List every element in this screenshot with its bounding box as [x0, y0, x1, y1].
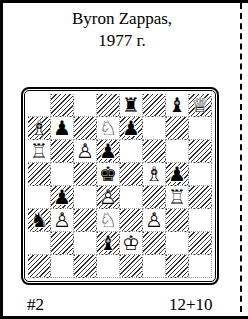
piece-white-bishop-f5: ♝♗: [143, 163, 165, 186]
square-a7: ♝♗: [28, 117, 51, 140]
square-e5: [120, 163, 143, 186]
square-d1: [97, 255, 120, 278]
piece-black-pawn-b7: ♟: [51, 117, 73, 140]
square-f1: [143, 255, 166, 278]
square-a6: ♜♖: [28, 140, 51, 163]
piece-white-pawn-f3: ♟♙: [143, 209, 165, 232]
square-h5: [189, 163, 212, 186]
square-b7: ♟: [51, 117, 74, 140]
square-e6: [120, 140, 143, 163]
square-e3: [120, 209, 143, 232]
piece-white-knight-d7: ♞♘: [97, 117, 119, 140]
problem-title: Byron Zappas, 1977 г.: [3, 8, 241, 52]
square-f7: [143, 117, 166, 140]
piece-black-knight-a3: ♞: [28, 209, 50, 232]
square-c8: [74, 94, 97, 117]
square-b1: [51, 255, 74, 278]
square-f2: [143, 232, 166, 255]
piece-black-king-d5: ♚: [97, 163, 119, 186]
square-b5: [51, 163, 74, 186]
square-b3: ♟♙: [51, 209, 74, 232]
square-e4: [120, 186, 143, 209]
square-g4: ♜♖: [166, 186, 189, 209]
board-grid: ♜♝♛♕♝♗♟♞♘♟♜♖♟♙♟♚♝♗♟♟♟♙♜♖♞♟♙♞♘♟♙♝♚♔: [28, 94, 212, 278]
square-c5: [74, 163, 97, 186]
board-inner-border: ♜♝♛♕♝♗♟♞♘♟♜♖♟♙♟♚♝♗♟♟♟♙♜♖♞♟♙♞♘♟♙♝♚♔: [24, 90, 216, 282]
square-a8: [28, 94, 51, 117]
square-b4: ♟: [51, 186, 74, 209]
square-h7: [189, 117, 212, 140]
piece-white-rook-g4: ♜♖: [166, 186, 188, 209]
square-b2: [51, 232, 74, 255]
square-f3: ♟♙: [143, 209, 166, 232]
square-d3: ♞♘: [97, 209, 120, 232]
square-e2: ♚♔: [120, 232, 143, 255]
square-a5: [28, 163, 51, 186]
piece-black-bishop-g8: ♝: [166, 94, 188, 117]
square-h6: [189, 140, 212, 163]
square-d2: ♝: [97, 232, 120, 255]
square-c3: [74, 209, 97, 232]
piece-white-king-e2: ♚♔: [120, 232, 142, 255]
square-h3: [189, 209, 212, 232]
square-f6: [143, 140, 166, 163]
square-h4: [189, 186, 212, 209]
square-c4: [74, 186, 97, 209]
piece-black-rook-e8: ♜: [120, 94, 142, 117]
piece-black-pawn-b4: ♟: [51, 186, 73, 209]
square-b8: [51, 94, 74, 117]
square-c7: [74, 117, 97, 140]
square-a3: ♞: [28, 209, 51, 232]
piece-black-bishop-d2: ♝: [97, 232, 119, 255]
square-e7: ♟: [120, 117, 143, 140]
square-g1: [166, 255, 189, 278]
piece-black-pawn-e7: ♟: [120, 117, 142, 140]
square-g5: ♟: [166, 163, 189, 186]
piece-white-pawn-d4: ♟♙: [97, 186, 119, 209]
square-e8: ♜: [120, 94, 143, 117]
dashed-cut-line: [240, 3, 242, 319]
square-h8: ♛♕: [189, 94, 212, 117]
square-f4: [143, 186, 166, 209]
square-c2: [74, 232, 97, 255]
piece-black-pawn-d6: ♟: [97, 140, 119, 163]
year-line: 1977 г.: [3, 30, 241, 52]
square-d5: ♚: [97, 163, 120, 186]
piece-white-knight-d3: ♞♘: [97, 209, 119, 232]
square-g2: [166, 232, 189, 255]
square-g3: [166, 209, 189, 232]
page-frame: Byron Zappas, 1977 г. ♜♝♛♕♝♗♟♞♘♟♜♖♟♙♟♚♝♗…: [0, 0, 248, 319]
chess-board: ♜♝♛♕♝♗♟♞♘♟♜♖♟♙♟♚♝♗♟♟♟♙♜♖♞♟♙♞♘♟♙♝♚♔: [21, 87, 219, 285]
square-a2: [28, 232, 51, 255]
square-c1: [74, 255, 97, 278]
piece-white-pawn-b3: ♟♙: [51, 209, 73, 232]
square-d6: ♟: [97, 140, 120, 163]
piece-white-rook-a6: ♜♖: [28, 140, 50, 163]
square-h2: [189, 232, 212, 255]
square-b6: [51, 140, 74, 163]
square-d4: ♟♙: [97, 186, 120, 209]
square-f8: [143, 94, 166, 117]
square-g6: [166, 140, 189, 163]
piece-black-pawn-g5: ♟: [166, 163, 188, 186]
author-line: Byron Zappas,: [3, 8, 241, 30]
piece-white-bishop-a7: ♝♗: [28, 117, 50, 140]
piece-white-pawn-c6: ♟♙: [74, 140, 96, 163]
square-g7: [166, 117, 189, 140]
square-d8: [97, 94, 120, 117]
square-a4: [28, 186, 51, 209]
square-g8: ♝: [166, 94, 189, 117]
piece-white-queen-h8: ♛♕: [189, 94, 211, 117]
square-c6: ♟♙: [74, 140, 97, 163]
square-h1: [189, 255, 212, 278]
material-count-label: 12+10: [169, 295, 213, 315]
square-e1: [120, 255, 143, 278]
square-a1: [28, 255, 51, 278]
stipulation-label: #2: [27, 295, 44, 315]
square-f5: ♝♗: [143, 163, 166, 186]
square-d7: ♞♘: [97, 117, 120, 140]
